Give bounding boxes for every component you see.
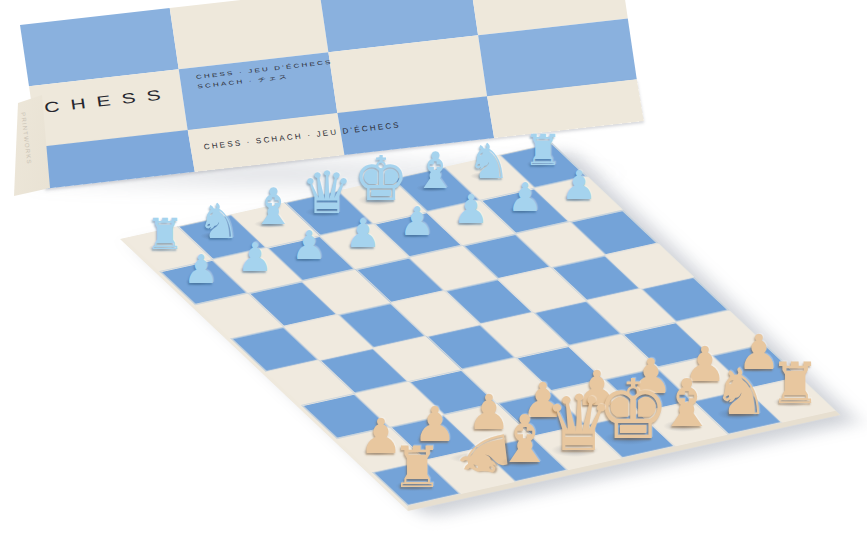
piece-blue-n-b8: ♞: [197, 197, 240, 245]
piece-wood-r-a1: ♜: [391, 439, 442, 496]
piece-blue-p-d7: ♟: [345, 214, 380, 254]
piece-blue-b-c8: ♝: [251, 183, 296, 233]
piece-blue-p-f7: ♟: [453, 190, 488, 230]
piece-wood-n-g1: ♞: [712, 361, 769, 425]
piece-blue-r-a8: ♜: [146, 213, 185, 256]
piece-blue-p-h7: ♟: [561, 166, 596, 206]
chess-set-product-photo: CHESS CHESS · JEU D'ÉCHECS SCHACH · チェス …: [0, 0, 867, 550]
box-brand-text: PRINTWORKS: [20, 112, 32, 165]
piece-blue-p-a7: ♟: [183, 250, 218, 290]
piece-blue-b-f8: ♝: [413, 147, 458, 197]
piece-wood-q-d1: ♛: [544, 385, 613, 463]
piece-blue-p-b7: ♟: [237, 238, 272, 278]
piece-blue-n-g8: ♞: [467, 137, 510, 185]
piece-wood-r-h1: ♜: [769, 355, 820, 412]
piece-blue-p-e7: ♟: [399, 202, 434, 242]
piece-wood-b-c1: ♝: [495, 407, 554, 473]
piece-blue-p-g7: ♟: [507, 178, 542, 218]
piece-blue-r-h8: ♜: [524, 129, 563, 172]
piece-blue-p-c7: ♟: [291, 226, 326, 266]
